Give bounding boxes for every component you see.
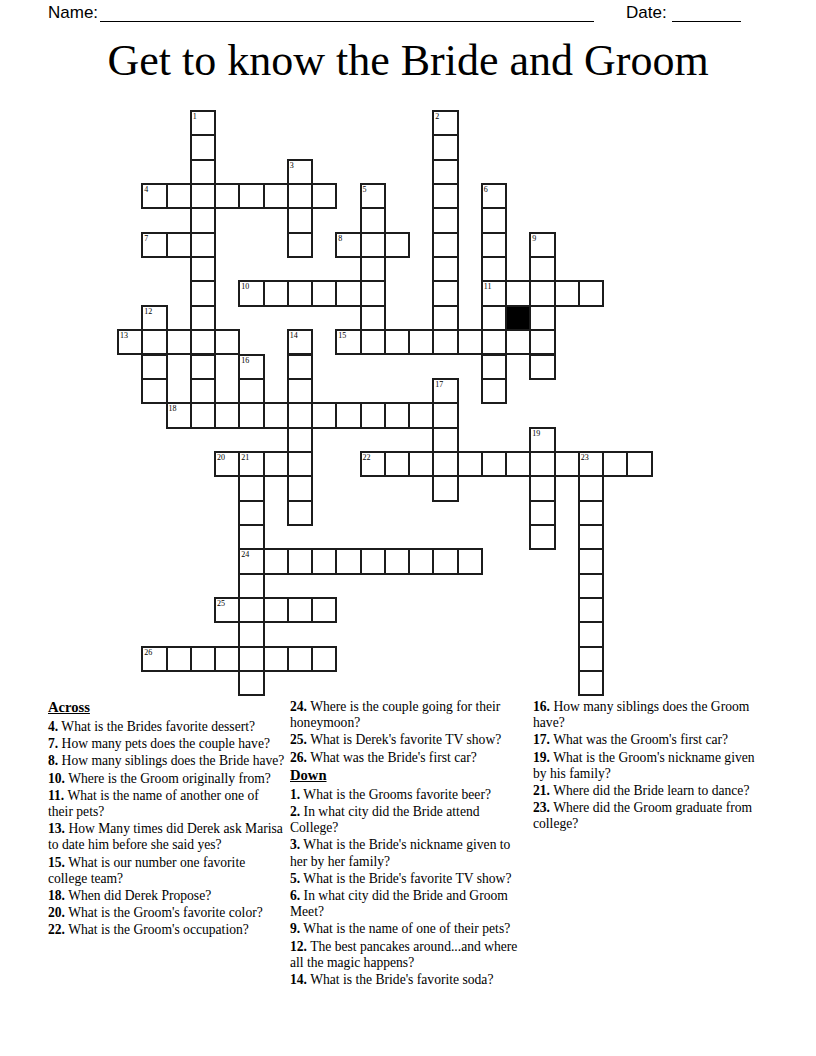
answer-cell[interactable] xyxy=(578,573,604,599)
answer-cell[interactable] xyxy=(554,280,580,306)
clue-number: 25 xyxy=(217,600,225,608)
answer-cell[interactable] xyxy=(554,451,580,477)
answer-cell[interactable] xyxy=(626,451,652,477)
across-header: Across xyxy=(48,699,286,716)
answer-cell[interactable] xyxy=(287,354,313,380)
answer-cell[interactable] xyxy=(578,280,604,306)
answer-cell[interactable] xyxy=(263,402,289,428)
clue-down-6: 6. In what city did the Bride and Groom … xyxy=(290,888,530,920)
answer-cell[interactable] xyxy=(529,475,555,501)
clue-number: 16 xyxy=(241,357,249,365)
answer-cell[interactable] xyxy=(578,524,604,550)
clue-number: 9 xyxy=(532,235,536,243)
answer-cell[interactable] xyxy=(311,548,337,574)
answer-cell[interactable] xyxy=(238,378,264,404)
answer-cell[interactable] xyxy=(238,573,264,599)
answer-cell[interactable] xyxy=(481,256,507,282)
clue-number: 13 xyxy=(120,332,128,340)
answer-cell[interactable] xyxy=(263,451,289,477)
clue-number: 10 xyxy=(241,283,249,291)
answer-cell[interactable] xyxy=(360,329,386,355)
answer-cell[interactable] xyxy=(529,280,555,306)
date-label: Date: xyxy=(626,3,667,23)
answer-cell[interactable] xyxy=(432,134,458,160)
answer-cell[interactable] xyxy=(190,207,216,233)
answer-cell[interactable] xyxy=(166,183,192,209)
answer-cell[interactable] xyxy=(190,378,216,404)
answer-cell[interactable] xyxy=(287,183,313,209)
answer-cell[interactable] xyxy=(360,232,386,258)
worksheet-page: Name: Date: Get to know the Bride and Gr… xyxy=(0,0,816,1056)
answer-cell[interactable] xyxy=(432,329,458,355)
answer-cell[interactable] xyxy=(190,183,216,209)
answer-cell[interactable] xyxy=(578,548,604,574)
clue-across-10: 10. Where is the Groom originally from? xyxy=(48,771,286,787)
clue-across-8: 8. How many siblings does the Bride have… xyxy=(48,753,286,769)
down-header: Down xyxy=(290,767,530,784)
answer-cell[interactable] xyxy=(529,451,555,477)
answer-cell[interactable] xyxy=(311,646,337,672)
answer-cell[interactable] xyxy=(287,597,313,623)
clue-number: 11 xyxy=(484,283,492,291)
answer-cell[interactable] xyxy=(166,646,192,672)
answer-cell[interactable] xyxy=(408,451,434,477)
answer-cell[interactable] xyxy=(505,451,531,477)
answer-cell[interactable] xyxy=(214,402,240,428)
answer-cell[interactable] xyxy=(238,670,264,696)
answer-cell[interactable] xyxy=(335,548,361,574)
answer-cell[interactable] xyxy=(481,329,507,355)
answer-cell[interactable] xyxy=(481,354,507,380)
answer-cell[interactable] xyxy=(457,451,483,477)
answer-cell[interactable] xyxy=(384,329,410,355)
answer-cell[interactable] xyxy=(190,305,216,331)
clue-number: 14 xyxy=(290,332,298,340)
answer-cell[interactable] xyxy=(311,183,337,209)
answer-cell[interactable] xyxy=(263,280,289,306)
answer-cell[interactable] xyxy=(287,475,313,501)
clue-number: 15 xyxy=(338,332,346,340)
answer-cell[interactable] xyxy=(384,451,410,477)
answer-cell[interactable] xyxy=(481,207,507,233)
clue-across-13: 13. How Many times did Derek ask Marisa … xyxy=(48,821,286,853)
answer-cell[interactable] xyxy=(408,402,434,428)
answer-cell[interactable] xyxy=(408,548,434,574)
answer-cell[interactable] xyxy=(141,329,167,355)
answer-cell[interactable] xyxy=(214,183,240,209)
answer-cell[interactable] xyxy=(166,232,192,258)
answer-cell[interactable] xyxy=(432,183,458,209)
answer-cell[interactable] xyxy=(432,427,458,453)
clue-down-9: 9. What is the name of one of their pets… xyxy=(290,921,530,937)
clue-number: 26 xyxy=(144,649,152,657)
clue-across-4: 4. What is the Brides favorite dessert? xyxy=(48,719,286,735)
answer-cell[interactable] xyxy=(481,305,507,331)
clue-down-5: 5. What is the Bride's favorite TV show? xyxy=(290,871,530,887)
answer-cell[interactable] xyxy=(432,232,458,258)
answer-cell[interactable] xyxy=(529,329,555,355)
clue-number: 8 xyxy=(338,235,342,243)
answer-cell[interactable] xyxy=(578,500,604,526)
clue-across-11: 11. What is the name of another one of t… xyxy=(48,788,286,820)
answer-cell[interactable] xyxy=(238,621,264,647)
clue-number: 3 xyxy=(290,162,294,170)
answer-cell[interactable] xyxy=(190,646,216,672)
clue-number: 18 xyxy=(169,405,177,413)
answer-cell[interactable] xyxy=(190,354,216,380)
answer-cell[interactable] xyxy=(190,256,216,282)
answer-cell[interactable] xyxy=(190,402,216,428)
answer-cell[interactable] xyxy=(190,232,216,258)
answer-cell[interactable] xyxy=(287,451,313,477)
clue-number: 22 xyxy=(363,454,371,462)
answer-cell[interactable] xyxy=(263,183,289,209)
answer-cell[interactable] xyxy=(238,500,264,526)
answer-cell[interactable] xyxy=(287,548,313,574)
answer-cell[interactable] xyxy=(432,305,458,331)
answer-cell[interactable] xyxy=(481,232,507,258)
answer-cell[interactable] xyxy=(238,402,264,428)
clue-down-12: 12. The best pancakes around...and where… xyxy=(290,939,530,971)
answer-cell[interactable] xyxy=(360,207,386,233)
answer-cell[interactable] xyxy=(432,548,458,574)
page-title: Get to know the Bride and Groom xyxy=(0,36,816,87)
answer-cell[interactable] xyxy=(141,354,167,380)
answer-cell[interactable] xyxy=(529,354,555,380)
answer-cell[interactable] xyxy=(214,329,240,355)
clue-number: 7 xyxy=(144,235,148,243)
clue-across-20: 20. What is the Groom's favorite color? xyxy=(48,905,286,921)
clue-across-26: 26. What was the Bride's first car? xyxy=(290,750,530,766)
answer-cell[interactable] xyxy=(529,256,555,282)
answer-cell[interactable] xyxy=(432,402,458,428)
answer-cell[interactable] xyxy=(238,646,264,672)
answer-cell[interactable] xyxy=(238,524,264,550)
clue-across-15: 15. What is our number one favorite coll… xyxy=(48,855,286,887)
clue-down-1: 1. What is the Grooms favorite beer? xyxy=(290,787,530,803)
clue-down-14: 14. What is the Bride's favorite soda? xyxy=(290,972,530,988)
answer-cell[interactable] xyxy=(505,329,531,355)
clue-number: 5 xyxy=(363,186,367,194)
clue-number: 6 xyxy=(484,186,488,194)
answer-cell[interactable] xyxy=(287,427,313,453)
name-blank-line[interactable] xyxy=(100,1,594,22)
clue-column: Across4. What is the Brides favorite des… xyxy=(48,699,286,940)
clue-number: 1 xyxy=(193,113,197,121)
answer-cell[interactable] xyxy=(287,378,313,404)
answer-cell[interactable] xyxy=(384,232,410,258)
answer-cell[interactable] xyxy=(578,475,604,501)
clue-number: 23 xyxy=(581,454,589,462)
answer-cell[interactable] xyxy=(578,670,604,696)
answer-cell[interactable] xyxy=(457,548,483,574)
clue-down-3: 3. What is the Bride's nickname given to… xyxy=(290,837,530,869)
clue-column: 16. How many siblings does the Groom hav… xyxy=(533,699,765,834)
answer-cell[interactable] xyxy=(432,207,458,233)
answer-cell[interactable] xyxy=(384,402,410,428)
answer-cell[interactable] xyxy=(432,475,458,501)
answer-cell[interactable] xyxy=(432,451,458,477)
clue-down-17: 17. What was the Groom's first car? xyxy=(533,732,765,748)
answer-cell[interactable] xyxy=(141,378,167,404)
answer-cell[interactable] xyxy=(190,134,216,160)
answer-cell[interactable] xyxy=(238,475,264,501)
answer-cell[interactable] xyxy=(238,183,264,209)
answer-cell[interactable] xyxy=(263,646,289,672)
answer-cell[interactable] xyxy=(335,402,361,428)
answer-cell[interactable] xyxy=(263,597,289,623)
clue-number: 20 xyxy=(217,454,225,462)
clue-number: 17 xyxy=(435,381,443,389)
crossword-grid: 1234567891011121314151617181920212223242… xyxy=(117,110,655,698)
answer-cell[interactable] xyxy=(190,159,216,185)
answer-cell[interactable] xyxy=(263,548,289,574)
clue-number: 19 xyxy=(532,430,540,438)
clue-number: 21 xyxy=(241,454,249,462)
answer-cell[interactable] xyxy=(311,402,337,428)
clue-down-2: 2. In what city did the Bride attend Col… xyxy=(290,804,530,836)
answer-cell[interactable] xyxy=(238,597,264,623)
answer-cell[interactable] xyxy=(384,548,410,574)
answer-cell[interactable] xyxy=(360,280,386,306)
answer-cell[interactable] xyxy=(578,621,604,647)
answer-cell[interactable] xyxy=(505,280,531,306)
answer-cell[interactable] xyxy=(529,500,555,526)
answer-cell[interactable] xyxy=(360,548,386,574)
answer-cell[interactable] xyxy=(335,280,361,306)
clue-down-21: 21. Where did the Bride learn to dance? xyxy=(533,783,765,799)
answer-cell[interactable] xyxy=(311,597,337,623)
answer-cell[interactable] xyxy=(287,280,313,306)
answer-cell[interactable] xyxy=(602,451,628,477)
answer-cell[interactable] xyxy=(529,305,555,331)
clue-column: 24. Where is the couple going for their … xyxy=(290,699,530,989)
answer-cell[interactable] xyxy=(287,207,313,233)
answer-cell[interactable] xyxy=(432,159,458,185)
answer-cell[interactable] xyxy=(311,280,337,306)
clue-across-25: 25. What is Derek's favorite TV show? xyxy=(290,732,530,748)
answer-cell[interactable] xyxy=(287,232,313,258)
date-blank-line[interactable] xyxy=(672,1,741,22)
answer-cell[interactable] xyxy=(481,378,507,404)
name-label: Name: xyxy=(48,3,98,23)
answer-cell[interactable] xyxy=(287,402,313,428)
answer-cell[interactable] xyxy=(287,500,313,526)
answer-cell[interactable] xyxy=(578,646,604,672)
answer-cell[interactable] xyxy=(481,451,507,477)
clue-across-24: 24. Where is the couple going for their … xyxy=(290,699,530,731)
clue-number: 12 xyxy=(144,308,152,316)
answer-cell[interactable] xyxy=(432,256,458,282)
answer-cell[interactable] xyxy=(360,402,386,428)
answer-cell[interactable] xyxy=(214,646,240,672)
answer-cell[interactable] xyxy=(190,329,216,355)
answer-cell[interactable] xyxy=(360,256,386,282)
answer-cell[interactable] xyxy=(190,280,216,306)
clue-down-19: 19. What is the Groom's nickname given b… xyxy=(533,750,765,782)
clue-across-18: 18. When did Derek Propose? xyxy=(48,888,286,904)
answer-cell[interactable] xyxy=(529,524,555,550)
clue-across-7: 7. How many pets does the couple have? xyxy=(48,736,286,752)
clue-down-23: 23. Where did the Groom graduate from co… xyxy=(533,800,765,832)
answer-cell[interactable] xyxy=(360,305,386,331)
answer-cell[interactable] xyxy=(408,329,434,355)
answer-cell[interactable] xyxy=(287,646,313,672)
clue-down-16: 16. How many siblings does the Groom hav… xyxy=(533,699,765,731)
clue-number: 4 xyxy=(144,186,148,194)
clue-across-22: 22. What is the Groom's occupation? xyxy=(48,922,286,938)
answer-cell[interactable] xyxy=(578,597,604,623)
blocked-cell xyxy=(505,305,531,331)
answer-cell[interactable] xyxy=(166,329,192,355)
clue-number: 2 xyxy=(435,113,439,121)
answer-cell[interactable] xyxy=(432,280,458,306)
answer-cell[interactable] xyxy=(457,329,483,355)
clue-number: 24 xyxy=(241,551,249,559)
